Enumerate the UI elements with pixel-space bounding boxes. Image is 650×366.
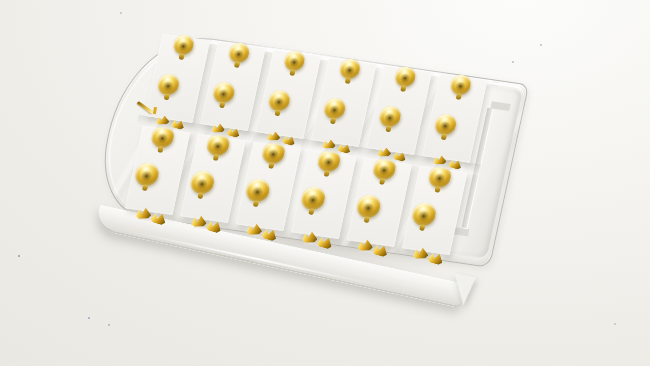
gold-stud-earring — [227, 42, 251, 64]
gold-stud-earring — [338, 58, 362, 80]
gold-stud-earring — [378, 105, 403, 129]
dust-speck — [108, 324, 110, 326]
earring-card — [347, 158, 412, 247]
photo-stage — [0, 0, 650, 366]
gold-stud-earring — [410, 201, 438, 227]
gold-stud-earring — [156, 73, 181, 97]
earring-card — [367, 66, 432, 155]
dust-speck — [614, 323, 616, 325]
earring-card — [200, 42, 265, 131]
gold-stud-earring — [133, 161, 161, 187]
earring-card — [291, 150, 356, 239]
earring-card — [180, 134, 245, 223]
gold-stud-earring — [393, 66, 417, 88]
gold-stud-earring — [355, 193, 383, 219]
earring-card — [236, 142, 301, 231]
gold-stud-earring — [449, 74, 473, 96]
gold-stud-earring — [211, 81, 236, 105]
gold-stud-earring — [283, 50, 307, 72]
dust-speck — [120, 12, 122, 14]
gold-stud-earring — [189, 169, 217, 195]
dust-speck — [88, 317, 90, 319]
dust-speck — [18, 255, 20, 257]
dust-speck — [512, 61, 514, 63]
acrylic-display-stand — [126, 32, 527, 265]
gold-stud-earring — [322, 97, 347, 121]
earring-card — [256, 50, 321, 139]
gold-stud-earring — [267, 89, 292, 113]
gold-stud-earring — [299, 185, 327, 211]
earring-card — [311, 58, 376, 147]
dust-speck — [540, 44, 542, 46]
gold-stud-earring — [433, 113, 458, 137]
gold-stud-earring — [244, 177, 272, 203]
earring-card — [145, 34, 210, 123]
